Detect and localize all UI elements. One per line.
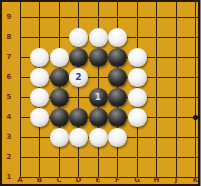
grid-line-vertical [195,2,196,178]
coord-label-col-H: H [150,175,164,185]
white-stone-D6: 2 [69,68,88,87]
grid-line-vertical [20,2,21,178]
coord-label-col-B: B [33,175,47,185]
coord-label-row-5: 5 [2,92,16,102]
white-stone-G7 [128,48,147,67]
black-stone-C4 [50,108,69,127]
coord-label-col-C: C [52,175,66,185]
coord-label-col-D: D [72,175,86,185]
white-stone-D8 [69,28,88,47]
black-stone-E7 [89,48,108,67]
white-stone-B5 [30,88,49,107]
coord-label-row-4: 4 [2,112,16,122]
go-problem-widget: 987654321ABCDEFGHJK21 [0,0,200,186]
black-stone-F4 [108,108,127,127]
coord-label-col-A: A [13,175,27,185]
white-stone-C3 [50,128,69,147]
black-stone-C6 [50,68,69,87]
black-stone-C5 [50,88,69,107]
coord-label-row-8: 8 [2,32,16,42]
black-stone-D7 [69,48,88,67]
white-stone-B4 [30,108,49,127]
black-stone-F5 [108,88,127,107]
star-point-K4 [193,115,198,120]
white-stone-B7 [30,48,49,67]
grid-line-horizontal [20,17,199,18]
coord-label-row-7: 7 [2,52,16,62]
white-stone-B6 [30,68,49,87]
white-stone-G5 [128,88,147,107]
black-stone-F6 [108,68,127,87]
grid-line-horizontal [20,157,199,158]
black-stone-E4 [89,108,108,127]
coord-label-col-J: J [169,175,183,185]
go-board[interactable]: 987654321ABCDEFGHJK21 [2,2,198,184]
coord-label-row-6: 6 [2,72,16,82]
white-stone-C7 [50,48,69,67]
black-stone-F7 [108,48,127,67]
white-stone-G6 [128,68,147,87]
coord-label-col-K: K [189,175,201,185]
coord-label-col-G: G [130,175,144,185]
white-stone-D3 [69,128,88,147]
white-stone-E8 [89,28,108,47]
coord-label-row-9: 9 [2,12,16,22]
coord-label-row-2: 2 [2,152,16,162]
white-stone-G4 [128,108,147,127]
move-number-label: 1 [95,88,101,107]
coord-label-col-E: E [91,175,105,185]
white-stone-F3 [108,128,127,147]
grid-line-vertical [156,2,157,178]
coord-label-row-3: 3 [2,132,16,142]
move-number-label: 2 [75,68,81,87]
white-stone-F8 [108,28,127,47]
white-stone-E3 [89,128,108,147]
coord-label-col-F: F [111,175,125,185]
grid-line-vertical [176,2,177,178]
black-stone-D4 [69,108,88,127]
black-stone-E5: 1 [89,88,108,107]
